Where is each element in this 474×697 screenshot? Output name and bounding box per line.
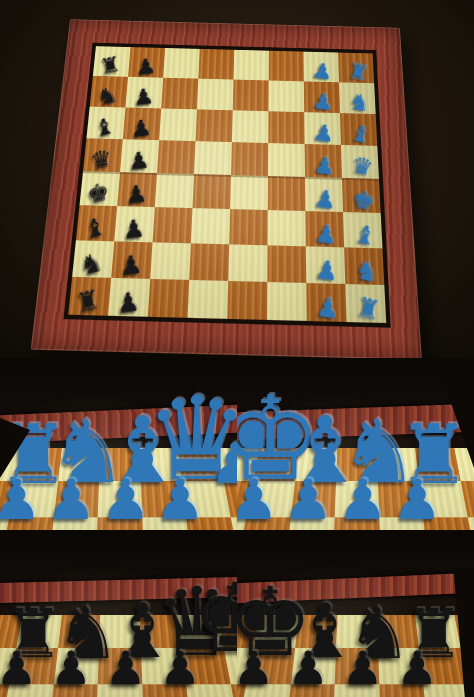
piece-black-pawn: ♟: [124, 181, 147, 207]
square-g1: ♞: [344, 247, 384, 285]
piece-black-pawn: ♟: [119, 251, 143, 279]
square-h5: [187, 280, 228, 319]
square-e7: ♟: [117, 172, 157, 207]
blue-closeup-row: ♜♞♝♛♟♟♟♟♟ ♚♝♞♜♟♟♟♟: [0, 358, 474, 530]
square-f3: [268, 210, 306, 246]
closeup-blue-kingside: ♚♝♞♜♟♟♟♟: [237, 358, 474, 530]
closeup-black-queenside: ♜♞♝♛♟♟♟♟♚: [0, 530, 237, 697]
square-d5: [194, 141, 232, 175]
square-e2: ♟: [305, 177, 343, 212]
piece-blue-pawn: ♟: [311, 89, 334, 114]
square-e6: [155, 173, 194, 208]
piece-blue-pawn: ♟: [314, 293, 339, 323]
piece-layer: ♚♝♞♜♟♟♟♟: [237, 530, 474, 697]
square-a4: [233, 50, 268, 81]
square-c3: [268, 111, 304, 144]
closeup-piece-black-pawn: ♟: [159, 647, 200, 691]
square-c7: ♟: [123, 107, 161, 140]
square-b3: [268, 80, 304, 112]
square-e4: [230, 175, 268, 210]
square-h1: ♜: [345, 284, 386, 323]
square-g8: ♞: [72, 240, 114, 278]
square-g4: [228, 244, 267, 282]
piece-black-pawn: ♟: [135, 55, 157, 78]
square-a1: ♜: [338, 53, 374, 84]
square-b7: ♟: [125, 77, 163, 109]
black-closeup-row: ♜♞♝♛♟♟♟♟♚ ♚♝♞♜♟♟♟♟: [0, 530, 474, 697]
square-d8: ♛: [83, 138, 123, 172]
closeup-piece-black-pawn: ♟: [396, 647, 437, 691]
closeup-edge-piece-blue-pawn: ♟: [210, 437, 237, 490]
piece-blue-queen: ♛: [349, 153, 374, 181]
square-e1: ♚: [342, 178, 381, 213]
closeup-piece-blue-pawn: ♟: [338, 473, 388, 526]
square-b1: ♞: [339, 82, 376, 114]
closeup-black-kingside: ♚♝♞♜♟♟♟♟: [237, 530, 474, 697]
square-d1: ♛: [341, 145, 379, 179]
overhead-squares: ♜♟♟♜♞♟♟♞♝♟♟♝♛♟♟♛♚♟♟♚♝♟♟♝♞♟♟♞♜♟♟♜: [68, 46, 386, 323]
closeup-blue-queenside: ♜♞♝♛♟♟♟♟♟: [0, 358, 237, 530]
closeup-piece-black-pawn: ♟: [287, 647, 328, 691]
square-d3: [268, 143, 305, 177]
piece-black-queen: ♛: [89, 146, 114, 173]
closeup-piece-blue-pawn: ♟: [0, 473, 42, 526]
piece-black-rook: ♜: [74, 286, 101, 317]
piece-blue-pawn: ♟: [312, 120, 335, 145]
closeup-piece-blue-pawn: ♟: [46, 473, 96, 526]
square-d4: [231, 142, 268, 176]
closeup-piece-black-pawn: ♟: [237, 647, 274, 691]
square-c8: ♝: [86, 107, 125, 140]
piece-blue-pawn: ♟: [311, 59, 334, 83]
square-e5: [192, 174, 231, 209]
piece-blue-rook: ♜: [354, 293, 381, 325]
chess-board: ♜♟♟♜♞♟♟♞♝♟♟♝♛♟♟♛♚♟♟♚♝♟♟♝♞♟♟♞♜♟♟♜: [31, 19, 422, 358]
piece-black-pawn: ♟: [127, 148, 150, 174]
square-b6: [161, 78, 198, 110]
square-h4: [227, 281, 267, 320]
closeup-piece-black-pawn: ♟: [342, 647, 383, 691]
piece-blue-pawn: ♟: [312, 152, 336, 178]
square-b5: [197, 79, 234, 111]
piece-black-bishop: ♝: [82, 213, 108, 242]
square-d7: ♟: [120, 139, 159, 173]
square-h2: ♟: [306, 283, 346, 322]
piece-layer: ♚♝♞♜♟♟♟♟: [237, 358, 474, 530]
square-a2: ♟: [303, 52, 339, 83]
closeup-piece-blue-pawn: ♟: [101, 473, 151, 526]
square-g7: ♟: [111, 241, 152, 279]
closeup-piece-blue-pawn: ♟: [392, 473, 442, 526]
square-f5: [191, 208, 230, 244]
square-b2: ♟: [304, 81, 340, 113]
closeup-piece-blue-pawn: ♟: [237, 473, 279, 526]
piece-black-pawn: ♟: [116, 288, 141, 317]
piece-blue-king: ♚: [351, 186, 377, 215]
piece-black-pawn: ♟: [130, 116, 153, 141]
square-h6: [148, 279, 189, 318]
piece-blue-knight: ♞: [347, 89, 372, 115]
square-f7: ♟: [114, 206, 155, 242]
closeup-piece-blue-pawn: ♟: [283, 473, 333, 526]
square-e3: [268, 176, 306, 211]
piece-black-pawn: ♟: [132, 85, 154, 109]
square-f8: ♝: [76, 205, 117, 241]
piece-black-knight: ♞: [78, 249, 104, 279]
overhead-photo: ♜♟♟♜♞♟♟♞♝♟♟♝♛♟♟♛♚♟♟♚♝♟♟♝♞♟♟♞♜♟♟♜: [0, 0, 474, 358]
closeup-piece-black-pawn: ♟: [105, 647, 146, 691]
square-c4: [232, 110, 269, 143]
piece-black-king: ♚: [85, 179, 110, 207]
piece-layer: ♜♞♝♛♟♟♟♟♟: [0, 358, 237, 530]
square-d6: [157, 140, 195, 174]
closeup-piece-black-pawn: ♟: [50, 647, 91, 691]
square-d2: ♟: [305, 144, 342, 178]
piece-black-rook: ♜: [98, 53, 122, 78]
square-b4: [233, 80, 269, 112]
piece-blue-pawn: ♟: [313, 186, 337, 213]
square-h3: [267, 282, 307, 321]
piece-blue-pawn: ♟: [314, 256, 339, 285]
square-h8: ♜: [68, 277, 111, 316]
square-g3: [267, 245, 306, 283]
piece-black-pawn: ♟: [122, 215, 146, 242]
square-c2: ♟: [304, 112, 341, 145]
piece-layer: ♜♞♝♛♟♟♟♟♚: [0, 530, 237, 697]
square-a6: [163, 48, 200, 79]
square-e8: ♚: [80, 171, 120, 206]
square-a7: ♟: [128, 47, 165, 78]
square-b8: ♞: [90, 76, 128, 108]
square-c5: [196, 109, 233, 142]
square-f1: ♝: [343, 212, 382, 248]
square-c6: [159, 108, 197, 141]
piece-blue-pawn: ♟: [313, 220, 337, 248]
square-f4: [229, 209, 268, 245]
piece-blue-bishop: ♝: [352, 220, 378, 250]
closeup-piece-black-pawn: ♟: [0, 647, 37, 691]
piece-black-bishop: ♝: [92, 114, 116, 140]
piece-black-knight: ♞: [95, 83, 119, 108]
square-f6: [153, 207, 193, 243]
square-g2: ♟: [306, 246, 345, 284]
square-g5: [189, 243, 229, 281]
square-a8: ♜: [93, 46, 131, 77]
square-a3: [269, 51, 304, 82]
piece-blue-knight: ♞: [353, 256, 380, 287]
piece-blue-bishop: ♝: [348, 120, 373, 147]
closeup-piece-blue-pawn: ♟: [155, 473, 205, 526]
square-a5: [198, 49, 234, 80]
square-g6: [150, 242, 191, 280]
square-f2: ♟: [305, 211, 344, 247]
chess-photo-collage: ♜♟♟♜♞♟♟♞♝♟♟♝♛♟♟♛♚♟♟♚♝♟♟♝♞♟♟♞♜♟♟♜ ♜♞♝♛♟♟♟…: [0, 0, 474, 697]
square-h7: ♟: [108, 278, 150, 317]
square-c1: ♝: [340, 113, 377, 146]
piece-blue-rook: ♜: [346, 59, 370, 84]
